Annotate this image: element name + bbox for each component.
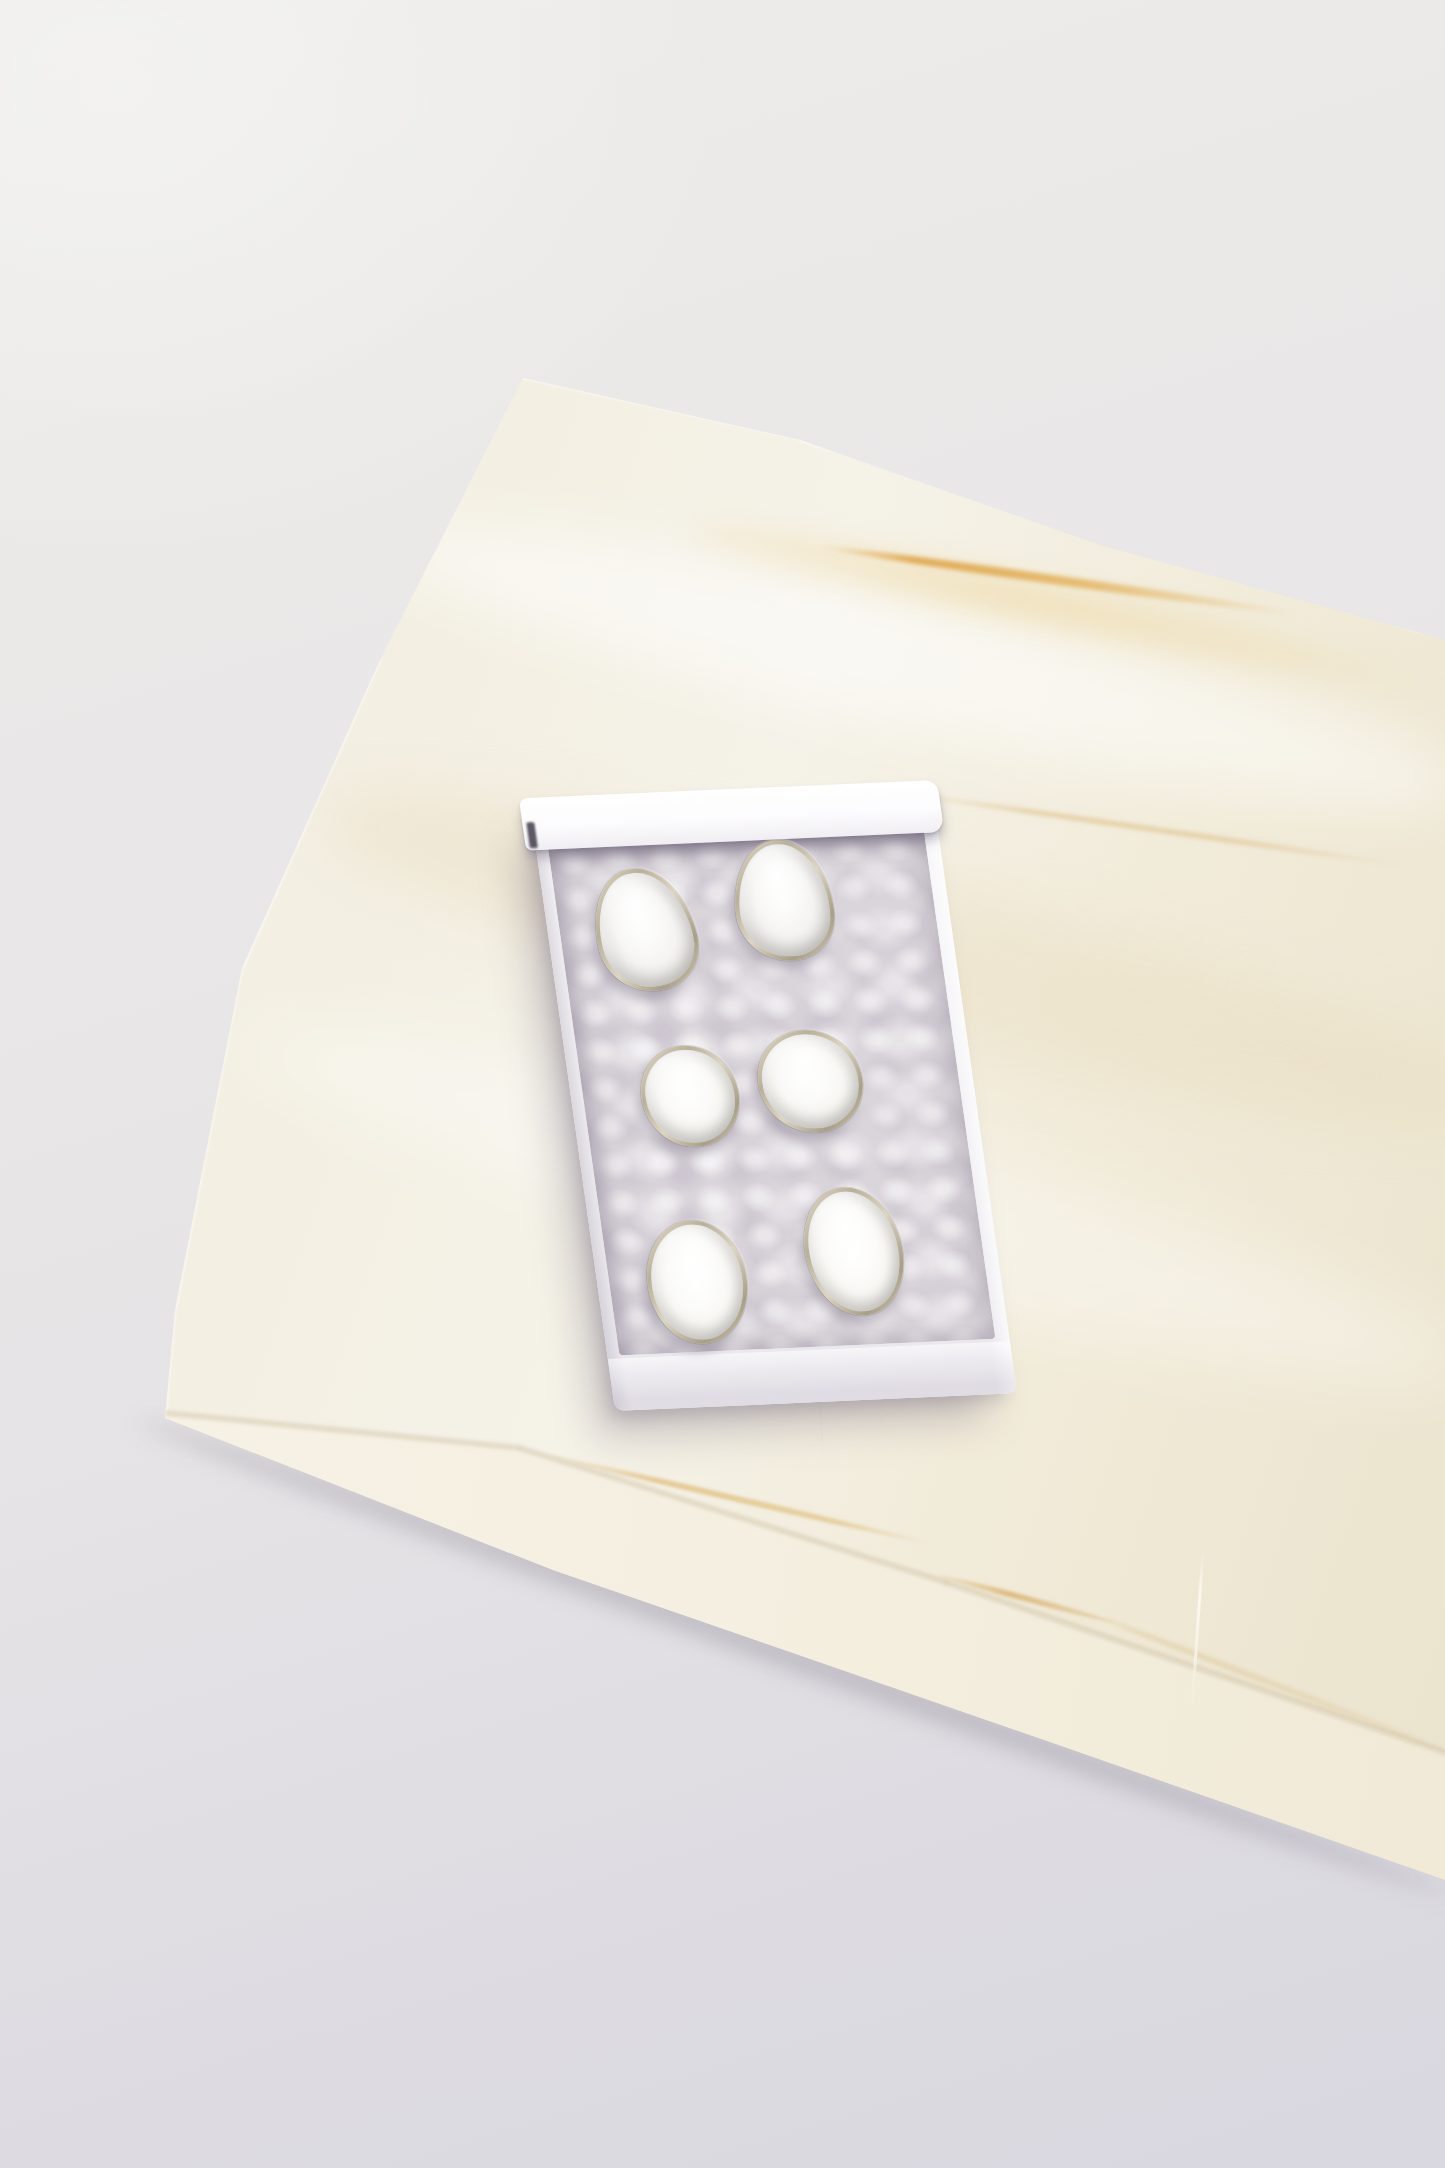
photo-scene [0, 0, 1445, 2168]
jewelry-box [530, 788, 1017, 1411]
